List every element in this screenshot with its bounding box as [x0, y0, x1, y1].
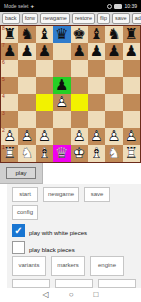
square-e2[interactable]: ♟♙ — [71, 128, 88, 145]
nav-recents-icon[interactable]: □ — [94, 288, 99, 302]
clipped-button[interactable] — [55, 279, 93, 288]
black-pawn: ♟ — [36, 43, 53, 60]
square-h2[interactable]: ♟♙ — [123, 128, 140, 145]
square-a3[interactable]: 3 — [1, 111, 18, 128]
black-knight: ♞ — [18, 26, 35, 43]
black-pawn: ♟ — [18, 43, 35, 60]
clipped-button[interactable] — [12, 279, 50, 288]
square-d2[interactable] — [53, 128, 70, 145]
square-a7[interactable]: 7♟ — [1, 43, 18, 60]
square-h3[interactable] — [123, 111, 140, 128]
start-button[interactable]: start — [12, 187, 38, 202]
rank-label: 6 — [2, 60, 5, 65]
black-rook: ♜ — [123, 26, 140, 43]
black-rook: ♜ — [1, 26, 18, 43]
white-pawn: ♟♙ — [105, 128, 122, 145]
black-pawn: ♟ — [71, 43, 88, 60]
black-pieces-checkbox-row: play black pieces — [12, 241, 141, 254]
black-bishop: ♝ — [88, 26, 105, 43]
square-a5[interactable]: 5 — [1, 77, 18, 94]
rank-label: 4 — [2, 94, 5, 99]
square-b2[interactable]: ♟♙ — [18, 128, 35, 145]
white-king: ♚♔ — [71, 145, 88, 162]
white-knight: ♞♘ — [105, 145, 122, 162]
square-h8[interactable]: ♜ — [123, 26, 140, 43]
square-f7[interactable]: ♟ — [88, 43, 105, 60]
clipped-button[interactable] — [98, 279, 136, 288]
square-c5[interactable] — [36, 77, 53, 94]
square-c3[interactable] — [36, 111, 53, 128]
black-queen: ♛ — [53, 26, 70, 43]
rank-label: 3 — [2, 111, 5, 116]
square-f3[interactable] — [88, 111, 105, 128]
square-c1[interactable]: ♝♗ — [36, 145, 53, 162]
clipped-button-row — [12, 279, 141, 288]
square-f6[interactable] — [88, 60, 105, 77]
square-b8[interactable]: ♞ — [18, 26, 35, 43]
newgame-button[interactable]: newgame — [40, 13, 70, 24]
square-b3[interactable] — [18, 111, 35, 128]
plus-icon: + — [30, 3, 34, 9]
play-white-checkbox[interactable]: ✓ — [12, 224, 25, 237]
engine-button[interactable]: engine — [90, 256, 124, 275]
square-b6[interactable] — [18, 60, 35, 77]
toolbar: back forw newgame restore flip save ad — [0, 12, 141, 25]
square-c2[interactable]: ♟♙ — [36, 128, 53, 145]
black-pawn: ♟ — [105, 43, 122, 60]
black-pawn: ♟ — [123, 43, 140, 60]
save-button[interactable]: save — [112, 13, 130, 24]
white-pawn: ♟♙ — [71, 128, 88, 145]
square-d4[interactable]: ♟♙ — [53, 94, 70, 111]
white-rook: ♜♖ — [123, 145, 140, 162]
square-h4[interactable] — [123, 94, 140, 111]
white-rook: ♜♖ — [1, 145, 18, 162]
square-e4[interactable] — [71, 94, 88, 111]
square-a1[interactable]: 1♜♖ — [1, 145, 18, 162]
square-e6[interactable] — [71, 60, 88, 77]
black-king: ♚ — [71, 26, 88, 43]
square-g7[interactable]: ♟ — [105, 43, 122, 60]
black-pawn: ♟ — [1, 43, 18, 60]
square-c8[interactable]: ♝ — [36, 26, 53, 43]
variants-button[interactable]: variants — [12, 256, 46, 275]
square-g1[interactable]: ♞♘ — [105, 145, 122, 162]
square-g5[interactable] — [105, 77, 122, 94]
square-h1[interactable]: ♜♖ — [123, 145, 140, 162]
square-f4[interactable] — [88, 94, 105, 111]
white-pawn: ♟♙ — [18, 128, 35, 145]
square-e5[interactable] — [71, 77, 88, 94]
back-button[interactable]: back — [2, 13, 20, 24]
newgame2-button[interactable]: newgame — [43, 187, 79, 202]
nav-back-icon[interactable]: ◁ — [43, 288, 49, 302]
square-b4[interactable] — [18, 94, 35, 111]
square-d1[interactable]: ♛♕ — [53, 145, 70, 162]
square-a4[interactable]: 4 — [1, 94, 18, 111]
square-f1[interactable]: ♝♗ — [88, 145, 105, 162]
status-bar: Mode selet + 10:39 — [0, 0, 141, 12]
rank-label: 5 — [2, 77, 5, 82]
play-button[interactable]: play — [6, 167, 35, 179]
white-bishop: ♝♗ — [88, 145, 105, 162]
markers-button[interactable]: markers — [51, 256, 85, 275]
square-f8[interactable]: ♝ — [88, 26, 105, 43]
status-left-text: Mode selet — [4, 3, 28, 9]
square-e7[interactable]: ♟ — [71, 43, 88, 60]
white-pawn: ♟♙ — [1, 128, 18, 145]
square-c6[interactable] — [36, 60, 53, 77]
config-button[interactable]: config — [12, 205, 38, 220]
square-a8[interactable]: 8♜ — [1, 26, 18, 43]
square-g6[interactable] — [105, 60, 122, 77]
flip-button[interactable]: flip — [97, 13, 110, 24]
square-b7[interactable]: ♟ — [18, 43, 35, 60]
square-g8[interactable]: ♞ — [105, 26, 122, 43]
save2-button[interactable]: save — [84, 187, 110, 202]
white-pawn: ♟♙ — [36, 128, 53, 145]
square-f2[interactable]: ♟♙ — [88, 128, 105, 145]
square-d7[interactable] — [53, 43, 70, 60]
chess-board: 8♜♞♝♛♚♝♞♜7♟♟♟♟♟♟♟65♟4♟♙32♟♙♟♙♟♙♟♙♟♙♟♙♟♙1… — [0, 25, 141, 163]
button-row-3: variants markers engine — [12, 256, 141, 275]
square-a6[interactable]: 6 — [1, 60, 18, 77]
black-pawn: ♟ — [53, 77, 70, 94]
square-e8[interactable]: ♚ — [71, 26, 88, 43]
play-white-label: play with white pieces — [29, 230, 87, 237]
square-d8[interactable]: ♛ — [53, 26, 70, 43]
square-h7[interactable]: ♟ — [123, 43, 140, 60]
square-g3[interactable] — [105, 111, 122, 128]
ad-button[interactable]: ad — [132, 13, 141, 24]
control-panel: start newgame save config ✓ play with wh… — [7, 184, 141, 289]
nav-home-icon[interactable]: ○ — [69, 288, 74, 302]
square-c7[interactable]: ♟ — [36, 43, 53, 60]
square-h6[interactable] — [123, 60, 140, 77]
square-b5[interactable] — [18, 77, 35, 94]
square-b1[interactable]: ♞♘ — [18, 145, 35, 162]
button-row-1: start newgame save — [12, 187, 141, 202]
button-row-2: config — [12, 205, 141, 220]
square-a2[interactable]: 2♟♙ — [1, 128, 18, 145]
forward-button[interactable]: forw — [22, 13, 38, 24]
black-bishop: ♝ — [36, 26, 53, 43]
clock: 10:39 — [124, 3, 137, 9]
battery-icon — [114, 4, 122, 9]
white-bishop: ♝♗ — [36, 145, 53, 162]
restore-button[interactable]: restore — [72, 13, 95, 24]
square-d3[interactable] — [53, 111, 70, 128]
white-pawn: ♟♙ — [53, 94, 70, 111]
square-d5[interactable]: ♟ — [53, 77, 70, 94]
white-queen: ♛♕ — [53, 145, 70, 162]
white-pawn: ♟♙ — [123, 128, 140, 145]
square-e1[interactable]: ♚♔ — [71, 145, 88, 162]
black-pawn: ♟ — [88, 43, 105, 60]
white-pawn: ♟♙ — [88, 128, 105, 145]
notification-icon — [107, 4, 112, 9]
square-d6[interactable] — [53, 60, 70, 77]
square-h5[interactable] — [123, 77, 140, 94]
square-f5[interactable] — [88, 77, 105, 94]
white-knight: ♞♘ — [18, 145, 35, 162]
square-g2[interactable]: ♟♙ — [105, 128, 122, 145]
play-black-checkbox[interactable] — [12, 241, 25, 254]
square-g4[interactable] — [105, 94, 122, 111]
square-c4[interactable] — [36, 94, 53, 111]
white-pieces-checkbox-row: ✓ play with white pieces — [12, 224, 141, 237]
black-knight: ♞ — [105, 26, 122, 43]
play-black-label: play black pieces — [29, 247, 75, 254]
play-panel: play — [0, 163, 43, 184]
square-e3[interactable] — [71, 111, 88, 128]
android-nav-bar: ◁ ○ □ — [0, 288, 141, 302]
